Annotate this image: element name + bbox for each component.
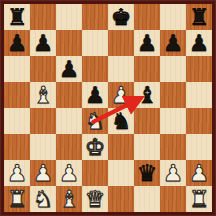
square-b2[interactable]: ♟ bbox=[30, 160, 56, 186]
square-f4[interactable] bbox=[134, 108, 160, 134]
square-h3[interactable] bbox=[186, 134, 212, 160]
white-bishop-b5[interactable]: ♝ bbox=[30, 82, 56, 108]
white-pawn-h2[interactable]: ♟ bbox=[186, 160, 212, 186]
square-d2[interactable] bbox=[82, 160, 108, 186]
square-g5[interactable] bbox=[160, 82, 186, 108]
black-king-e8[interactable]: ♚ bbox=[108, 4, 134, 30]
square-f1[interactable] bbox=[134, 186, 160, 212]
square-b5[interactable]: ♝ bbox=[30, 82, 56, 108]
square-e8[interactable]: ♚ bbox=[108, 4, 134, 30]
white-knight-b1[interactable]: ♞ bbox=[30, 186, 56, 212]
square-h2[interactable]: ♟ bbox=[186, 160, 212, 186]
white-king-d3[interactable]: ♚ bbox=[82, 134, 108, 160]
square-d4[interactable]: ♞ bbox=[82, 108, 108, 134]
square-h6[interactable] bbox=[186, 56, 212, 82]
square-g4[interactable] bbox=[160, 108, 186, 134]
square-f8[interactable] bbox=[134, 4, 160, 30]
square-a4[interactable] bbox=[4, 108, 30, 134]
square-d5[interactable]: ♟ bbox=[82, 82, 108, 108]
chess-board-grid: ♜♚♜♟♟♟♟♟♟♝♟♟♝♞♞♚♟♟♟♛♟♟♜♞♝♛♜ bbox=[4, 4, 212, 212]
square-b3[interactable] bbox=[30, 134, 56, 160]
square-b4[interactable] bbox=[30, 108, 56, 134]
square-c1[interactable]: ♝ bbox=[56, 186, 82, 212]
square-f2[interactable]: ♛ bbox=[134, 160, 160, 186]
white-knight-d4[interactable]: ♞ bbox=[82, 108, 108, 134]
black-pawn-f7[interactable]: ♟ bbox=[134, 30, 160, 56]
white-pawn-e5[interactable]: ♟ bbox=[108, 82, 134, 108]
square-d7[interactable] bbox=[82, 30, 108, 56]
square-a8[interactable]: ♜ bbox=[4, 4, 30, 30]
square-c2[interactable]: ♟ bbox=[56, 160, 82, 186]
square-g3[interactable] bbox=[160, 134, 186, 160]
square-d1[interactable]: ♛ bbox=[82, 186, 108, 212]
white-bishop-c1[interactable]: ♝ bbox=[56, 186, 82, 212]
square-f6[interactable] bbox=[134, 56, 160, 82]
white-pawn-c2[interactable]: ♟ bbox=[56, 160, 82, 186]
square-e2[interactable] bbox=[108, 160, 134, 186]
square-a1[interactable]: ♜ bbox=[4, 186, 30, 212]
square-b7[interactable]: ♟ bbox=[30, 30, 56, 56]
square-a7[interactable]: ♟ bbox=[4, 30, 30, 56]
square-h7[interactable]: ♟ bbox=[186, 30, 212, 56]
black-pawn-h7[interactable]: ♟ bbox=[186, 30, 212, 56]
black-rook-a8[interactable]: ♜ bbox=[4, 4, 30, 30]
chess-board: ♜♚♜♟♟♟♟♟♟♝♟♟♝♞♞♚♟♟♟♛♟♟♜♞♝♛♜ bbox=[0, 0, 216, 216]
square-e1[interactable] bbox=[108, 186, 134, 212]
square-g7[interactable]: ♟ bbox=[160, 30, 186, 56]
black-pawn-b7[interactable]: ♟ bbox=[30, 30, 56, 56]
square-e7[interactable] bbox=[108, 30, 134, 56]
square-c7[interactable] bbox=[56, 30, 82, 56]
black-rook-h8[interactable]: ♜ bbox=[186, 4, 212, 30]
square-c8[interactable] bbox=[56, 4, 82, 30]
square-b6[interactable] bbox=[30, 56, 56, 82]
square-c4[interactable] bbox=[56, 108, 82, 134]
square-e4[interactable]: ♞ bbox=[108, 108, 134, 134]
square-d3[interactable]: ♚ bbox=[82, 134, 108, 160]
white-pawn-g2[interactable]: ♟ bbox=[160, 160, 186, 186]
white-rook-h1[interactable]: ♜ bbox=[186, 186, 212, 212]
white-pawn-a2[interactable]: ♟ bbox=[4, 160, 30, 186]
square-b1[interactable]: ♞ bbox=[30, 186, 56, 212]
white-queen-d1[interactable]: ♛ bbox=[82, 186, 108, 212]
square-g1[interactable] bbox=[160, 186, 186, 212]
square-a5[interactable] bbox=[4, 82, 30, 108]
square-c5[interactable] bbox=[56, 82, 82, 108]
black-pawn-c6[interactable]: ♟ bbox=[56, 56, 82, 82]
black-bishop-f5[interactable]: ♝ bbox=[134, 82, 160, 108]
black-pawn-a7[interactable]: ♟ bbox=[4, 30, 30, 56]
square-c6[interactable]: ♟ bbox=[56, 56, 82, 82]
square-g8[interactable] bbox=[160, 4, 186, 30]
black-pawn-g7[interactable]: ♟ bbox=[160, 30, 186, 56]
square-a2[interactable]: ♟ bbox=[4, 160, 30, 186]
square-f7[interactable]: ♟ bbox=[134, 30, 160, 56]
white-rook-a1[interactable]: ♜ bbox=[4, 186, 30, 212]
square-d8[interactable] bbox=[82, 4, 108, 30]
square-e3[interactable] bbox=[108, 134, 134, 160]
square-h5[interactable] bbox=[186, 82, 212, 108]
square-h1[interactable]: ♜ bbox=[186, 186, 212, 212]
square-f5[interactable]: ♝ bbox=[134, 82, 160, 108]
square-g6[interactable] bbox=[160, 56, 186, 82]
square-d6[interactable] bbox=[82, 56, 108, 82]
square-e6[interactable] bbox=[108, 56, 134, 82]
white-pawn-b2[interactable]: ♟ bbox=[30, 160, 56, 186]
square-h8[interactable]: ♜ bbox=[186, 4, 212, 30]
square-c3[interactable] bbox=[56, 134, 82, 160]
square-e5[interactable]: ♟ bbox=[108, 82, 134, 108]
square-a6[interactable] bbox=[4, 56, 30, 82]
square-g2[interactable]: ♟ bbox=[160, 160, 186, 186]
black-queen-f2[interactable]: ♛ bbox=[134, 160, 160, 186]
black-knight-e4[interactable]: ♞ bbox=[108, 108, 134, 134]
square-b8[interactable] bbox=[30, 4, 56, 30]
square-a3[interactable] bbox=[4, 134, 30, 160]
square-f3[interactable] bbox=[134, 134, 160, 160]
square-h4[interactable] bbox=[186, 108, 212, 134]
black-pawn-d5[interactable]: ♟ bbox=[82, 82, 108, 108]
